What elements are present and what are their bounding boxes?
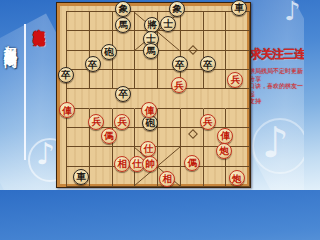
xiangqi-board[interactable]: 象象車馬將士士馬砲卒卒卒卒卒砲車兵兵俥俥兵兵兵傌俥炮仕相仕帥傌相炮	[56, 2, 251, 188]
fine-print-line: 棋局残局不定时更新分享	[249, 67, 304, 82]
piece-red-f5[interactable]: 兵	[171, 77, 187, 93]
grid-cell	[90, 147, 113, 166]
piece-black-b9[interactable]: 車	[73, 169, 89, 185]
grid-cell	[90, 12, 113, 31]
piece-black-c0[interactable]: 象	[115, 1, 131, 17]
piece-red-e8[interactable]: 仕	[140, 141, 156, 157]
grid-cell	[67, 128, 90, 147]
grid-cell	[181, 89, 204, 108]
grid-cell	[204, 31, 227, 50]
piece-black-c5[interactable]: 卒	[115, 86, 131, 102]
fine-print: 棋局残局不定时更新分享口诀，喜欢的棋友一起支持	[249, 67, 304, 105]
grid-cell	[226, 109, 249, 128]
grid-cell	[158, 31, 181, 50]
piece-red-i5[interactable]: 兵	[227, 72, 243, 88]
piece-red-g9[interactable]: 傌	[184, 155, 200, 171]
grid-cell	[90, 70, 113, 89]
piece-red-h8[interactable]: 炮	[216, 143, 232, 159]
opening-title: 左中炮巡河车对五路马龟背炮	[31, 20, 46, 172]
piece-black-f1[interactable]: 士	[160, 16, 176, 32]
bubble-ring	[252, 118, 304, 174]
grid-cell	[67, 31, 90, 50]
piece-red-i9[interactable]: 炮	[229, 170, 245, 186]
piece-black-a4[interactable]: 卒	[58, 67, 74, 83]
fine-print-line: 口诀，喜欢的棋友一起	[249, 82, 304, 97]
vertical-divider	[24, 24, 26, 160]
fine-print-line: 支持	[249, 97, 304, 105]
grid-cell	[204, 89, 227, 108]
music-note-icon: ♪	[262, 118, 289, 167]
grid-cell	[226, 89, 249, 108]
piece-black-g4[interactable]: 卒	[200, 56, 216, 72]
grid-cell	[158, 109, 181, 128]
piece-black-e3[interactable]: 馬	[143, 43, 159, 59]
video-thumbnail: { "game": "xiangqi", "overlay": { "chann…	[0, 0, 304, 190]
grid-cell	[67, 12, 90, 31]
grid-cell	[158, 147, 181, 166]
grid-cell	[204, 70, 227, 89]
piece-red-e6[interactable]: 俥	[141, 102, 157, 118]
piece-red-a6[interactable]: 俥	[59, 102, 75, 118]
cta-text: 求关注三连	[250, 46, 304, 63]
piece-red-f9[interactable]: 相	[159, 171, 175, 187]
grid-cell	[204, 12, 227, 31]
piece-black-f4[interactable]: 卒	[172, 56, 188, 72]
music-note-icon: ♪	[284, 0, 301, 26]
grid-cell	[226, 31, 249, 50]
piece-red-b8[interactable]: 傌	[101, 128, 117, 144]
grid-cell	[226, 51, 249, 70]
piece-black-g0[interactable]: 象	[169, 1, 185, 17]
piece-black-i0[interactable]: 車	[231, 0, 247, 16]
piece-black-c1[interactable]: 馬	[115, 17, 131, 33]
grid-cell	[90, 89, 113, 108]
piece-red-c7[interactable]: 兵	[114, 114, 130, 130]
grid-cell	[204, 167, 227, 186]
piece-red-b7[interactable]: 兵	[88, 114, 104, 130]
piece-black-c3[interactable]: 砲	[101, 44, 117, 60]
grid-cell	[67, 147, 90, 166]
board-field: 象象車馬將士士馬砲卒卒卒卒卒砲車兵兵俥俥兵兵兵傌俥炮仕相仕帥傌相炮	[60, 6, 247, 184]
grid-cell	[90, 167, 113, 186]
piece-red-g7[interactable]: 兵	[200, 114, 216, 130]
grid-cell	[181, 12, 204, 31]
grid-cell	[158, 128, 181, 147]
piece-red-e9[interactable]: 帥	[142, 156, 158, 172]
channel-title: 匈汉象棋音乐时间	[1, 36, 19, 158]
grid-cell	[135, 70, 158, 89]
piece-black-b4[interactable]: 卒	[85, 56, 101, 72]
